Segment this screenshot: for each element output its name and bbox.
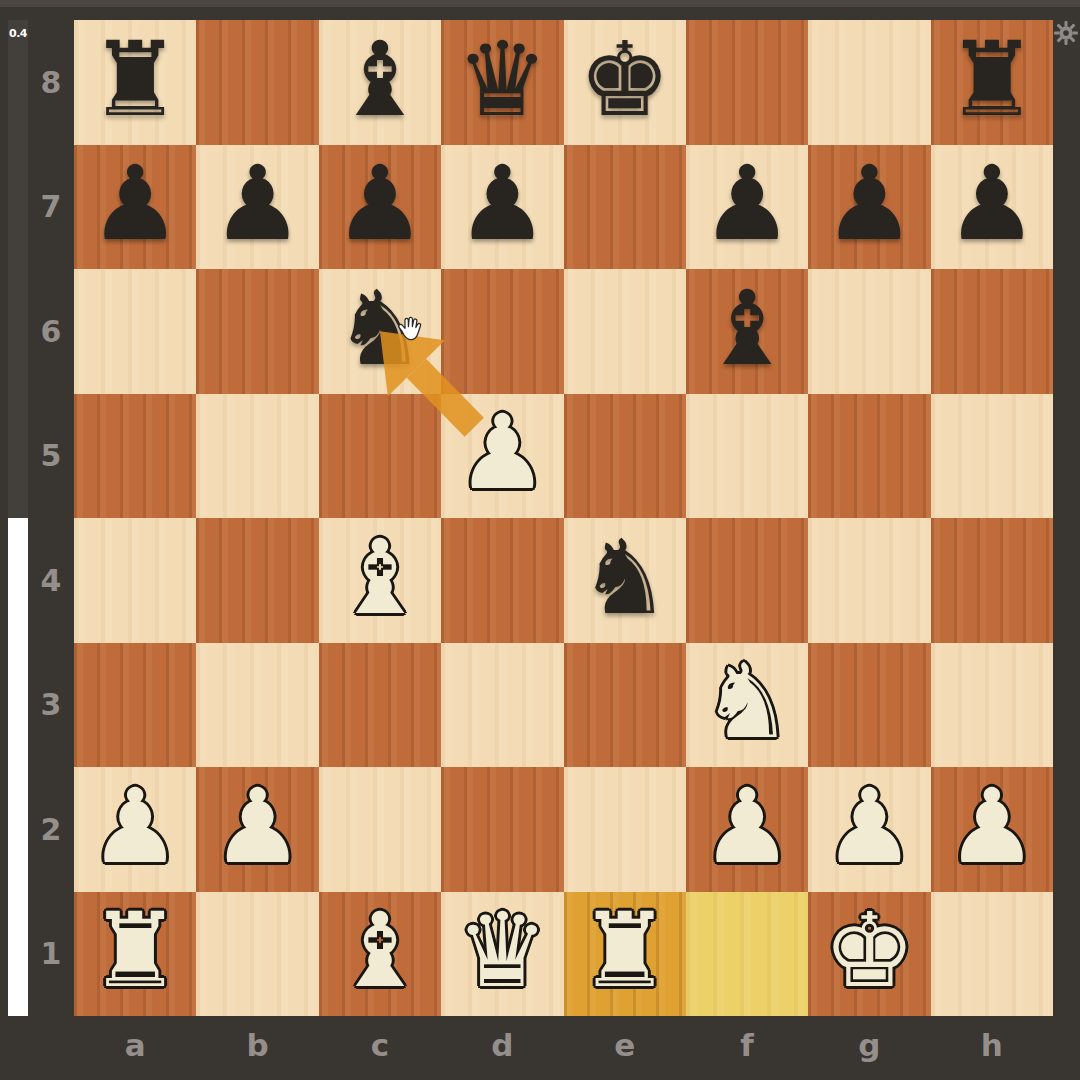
square-a2[interactable]: ♟ [74,767,196,892]
square-d5[interactable]: ♟ [441,394,563,519]
square-e5[interactable] [564,394,686,519]
square-g5[interactable] [808,394,930,519]
square-b5[interactable] [196,394,318,519]
square-d6[interactable] [441,269,563,394]
file-labels: abcdefgh [74,1016,1053,1074]
rank-label-6: 6 [36,269,66,394]
rank-label-5: 5 [36,394,66,519]
rank-label-1: 1 [36,892,66,1017]
square-b1[interactable] [196,892,318,1017]
settings-gear-icon[interactable] [1053,20,1079,46]
square-a3[interactable] [74,643,196,768]
black-rook-a8[interactable]: ♜ [89,28,181,131]
evaluation-score: 0.4 [8,27,28,40]
square-f7[interactable]: ♟ [686,145,808,270]
white-pawn-g2[interactable]: ♟ [823,775,915,878]
square-d1[interactable]: ♛ [441,892,563,1017]
square-e3[interactable] [564,643,686,768]
square-g4[interactable] [808,518,930,643]
file-label-a: a [74,1016,196,1074]
file-label-g: g [808,1016,930,1074]
square-h6[interactable] [931,269,1053,394]
square-d3[interactable] [441,643,563,768]
black-rook-h8[interactable]: ♜ [946,28,1038,131]
square-c8[interactable]: ♝ [319,20,441,145]
square-e4[interactable]: ♞ [564,518,686,643]
square-f6[interactable]: ♝ [686,269,808,394]
square-c7[interactable]: ♟ [319,145,441,270]
square-h7[interactable]: ♟ [931,145,1053,270]
black-pawn-h7[interactable]: ♟ [946,152,1038,255]
square-a6[interactable] [74,269,196,394]
square-b8[interactable] [196,20,318,145]
file-label-b: b [196,1016,318,1074]
analysis-board-page: 0.4 87654321 ♜♝♛♚♜♟♟♟♟♟♟♟♞♝♟♝♞♞♟♟♟♟♟♜♝♛♜… [0,0,1080,1080]
white-pawn-d5[interactable]: ♟ [456,401,548,504]
rank-label-4: 4 [36,518,66,643]
square-f3[interactable]: ♞ [686,643,808,768]
evaluation-bar: 0.4 [8,20,28,1016]
white-king-g1[interactable]: ♚ [823,899,915,1002]
white-rook-a1[interactable]: ♜ [89,899,181,1002]
square-g2[interactable]: ♟ [808,767,930,892]
black-pawn-g7[interactable]: ♟ [823,152,915,255]
square-c3[interactable] [319,643,441,768]
file-label-d: d [441,1016,563,1074]
square-g8[interactable] [808,20,930,145]
square-b6[interactable] [196,269,318,394]
file-label-c: c [319,1016,441,1074]
black-pawn-a7[interactable]: ♟ [89,152,181,255]
square-d7[interactable]: ♟ [441,145,563,270]
evaluation-bar-black-section [8,20,28,518]
black-knight-c6[interactable]: ♞ [334,277,426,380]
square-e6[interactable] [564,269,686,394]
rank-label-2: 2 [36,767,66,892]
square-e7[interactable] [564,145,686,270]
square-e8[interactable]: ♚ [564,20,686,145]
square-g6[interactable] [808,269,930,394]
square-g3[interactable] [808,643,930,768]
black-bishop-c8[interactable]: ♝ [334,28,426,131]
square-f5[interactable] [686,394,808,519]
square-g1[interactable]: ♚ [808,892,930,1017]
white-pawn-a2[interactable]: ♟ [89,775,181,878]
square-b7[interactable]: ♟ [196,145,318,270]
white-knight-f3[interactable]: ♞ [701,650,793,753]
square-a7[interactable]: ♟ [74,145,196,270]
square-e2[interactable] [564,767,686,892]
black-knight-e4[interactable]: ♞ [579,526,671,629]
square-g7[interactable]: ♟ [808,145,930,270]
rank-label-3: 3 [36,643,66,768]
black-king-e8[interactable]: ♚ [579,28,671,131]
square-f8[interactable] [686,20,808,145]
square-h1[interactable] [931,892,1053,1017]
evaluation-bar-white-section [8,518,28,1016]
white-pawn-b2[interactable]: ♟ [211,775,303,878]
white-pawn-h2[interactable]: ♟ [946,775,1038,878]
square-a8[interactable]: ♜ [74,20,196,145]
square-f2[interactable]: ♟ [686,767,808,892]
file-label-f: f [686,1016,808,1074]
square-c1[interactable]: ♝ [319,892,441,1017]
square-h2[interactable]: ♟ [931,767,1053,892]
white-bishop-c1[interactable]: ♝ [334,899,426,1002]
rank-label-8: 8 [36,20,66,145]
square-f1[interactable] [686,892,808,1017]
square-c6[interactable]: ♞ [319,269,441,394]
square-a5[interactable] [74,394,196,519]
square-b4[interactable] [196,518,318,643]
white-pawn-f2[interactable]: ♟ [701,775,793,878]
square-a1[interactable]: ♜ [74,892,196,1017]
square-d2[interactable] [441,767,563,892]
chess-board: ♜♝♛♚♜♟♟♟♟♟♟♟♞♝♟♝♞♞♟♟♟♟♟♜♝♛♜♚ [74,20,1053,1016]
square-a4[interactable] [74,518,196,643]
file-label-h: h [931,1016,1053,1074]
square-e1[interactable]: ♜ [564,892,686,1017]
square-c2[interactable] [319,767,441,892]
black-pawn-b7[interactable]: ♟ [211,152,303,255]
black-pawn-d7[interactable]: ♟ [456,152,548,255]
black-pawn-f7[interactable]: ♟ [701,152,793,255]
black-pawn-c7[interactable]: ♟ [334,152,426,255]
square-d8[interactable]: ♛ [441,20,563,145]
black-bishop-f6[interactable]: ♝ [701,277,793,380]
square-h5[interactable] [931,394,1053,519]
square-h8[interactable]: ♜ [931,20,1053,145]
square-b3[interactable] [196,643,318,768]
square-f4[interactable] [686,518,808,643]
square-b2[interactable]: ♟ [196,767,318,892]
black-queen-d8[interactable]: ♛ [456,28,548,131]
rank-label-7: 7 [36,145,66,270]
square-h3[interactable] [931,643,1053,768]
square-c5[interactable] [319,394,441,519]
square-c4[interactable]: ♝ [319,518,441,643]
white-bishop-c4[interactable]: ♝ [334,526,426,629]
square-d4[interactable] [441,518,563,643]
rank-labels: 87654321 [36,20,66,1016]
white-rook-e1[interactable]: ♜ [579,899,671,1002]
square-h4[interactable] [931,518,1053,643]
top-strip [0,0,1080,7]
file-label-e: e [564,1016,686,1074]
white-queen-d1[interactable]: ♛ [456,899,548,1002]
